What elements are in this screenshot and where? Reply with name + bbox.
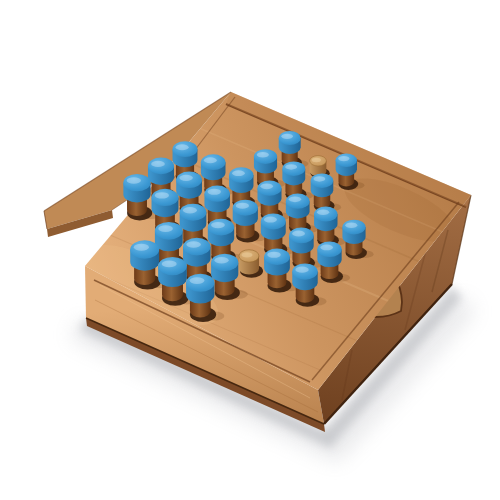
peg-cap-highlight [264,217,277,223]
peg-cap-highlight [208,189,221,195]
peg-cap-highlight [127,177,141,184]
peg-cap-highlight [281,134,293,139]
peg-cap-highlight [183,207,197,213]
peg-cap-highlight [232,170,245,176]
peg-cap-highlight [257,152,269,158]
peg-cap-highlight [285,164,297,169]
peg-cap-highlight [211,222,225,228]
peg-cap-highlight [317,209,329,215]
peg-top-highlight [312,158,321,162]
peg-cap-highlight [158,225,173,232]
peg-cap-highlight [313,176,325,181]
peg-cap-highlight [186,241,200,248]
peg-top-highlight [241,252,252,257]
peg-cap-highlight [345,223,357,229]
peg-cap-highlight [320,245,333,251]
peg-cap-highlight [214,257,228,263]
peg-cap-highlight [236,203,249,209]
peg-cap-highlight [260,183,273,189]
product-photo-peg-solitaire [0,0,500,500]
peg-cap-highlight [151,161,165,167]
peg-cap-highlight [176,144,189,150]
peg-cap-highlight [289,196,301,202]
peg-cap-highlight [295,267,308,273]
scene [0,0,500,500]
peg-cap-highlight [179,175,192,181]
peg-cap-highlight [204,157,217,163]
peg-cap-highlight [338,156,349,161]
peg-cap-highlight [162,260,177,267]
peg-cap-highlight [190,277,205,284]
peg-cap-highlight [134,244,149,251]
peg-cap-highlight [267,252,280,258]
peg-cap-highlight [292,231,305,237]
peg-cap-highlight [155,192,169,198]
